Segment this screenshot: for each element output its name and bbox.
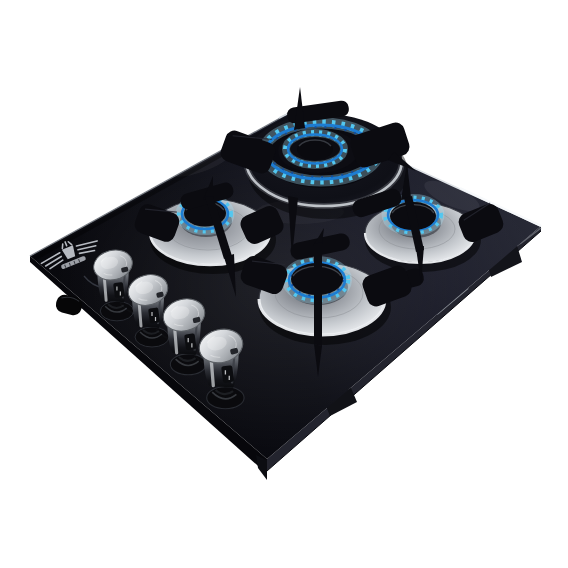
burner-cap [297,138,333,160]
product-photo [0,0,568,568]
cooktop-image [0,0,568,568]
cooktop [30,87,541,480]
